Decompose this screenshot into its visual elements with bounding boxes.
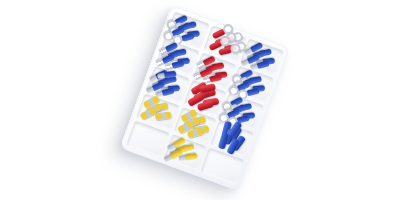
silver-crimp-spade-tip	[164, 155, 173, 163]
blue-ring-terminal	[181, 33, 195, 42]
silver-crimp-spade-tip	[240, 59, 248, 66]
yellow-butt-terminal	[155, 111, 172, 120]
terminal-assortment-tray	[120, 5, 290, 191]
tray-grid	[126, 11, 284, 184]
blue-butt-terminal	[217, 132, 228, 149]
yellow-butt-terminal	[140, 107, 157, 121]
silver-crimp-spade-tip	[146, 86, 154, 93]
blue-fork-terminal	[171, 60, 185, 69]
product-photo	[0, 0, 405, 200]
yellow-spade-terminal	[184, 153, 198, 161]
red-ring-terminal	[218, 47, 232, 56]
blue-spade-terminal	[161, 88, 175, 97]
